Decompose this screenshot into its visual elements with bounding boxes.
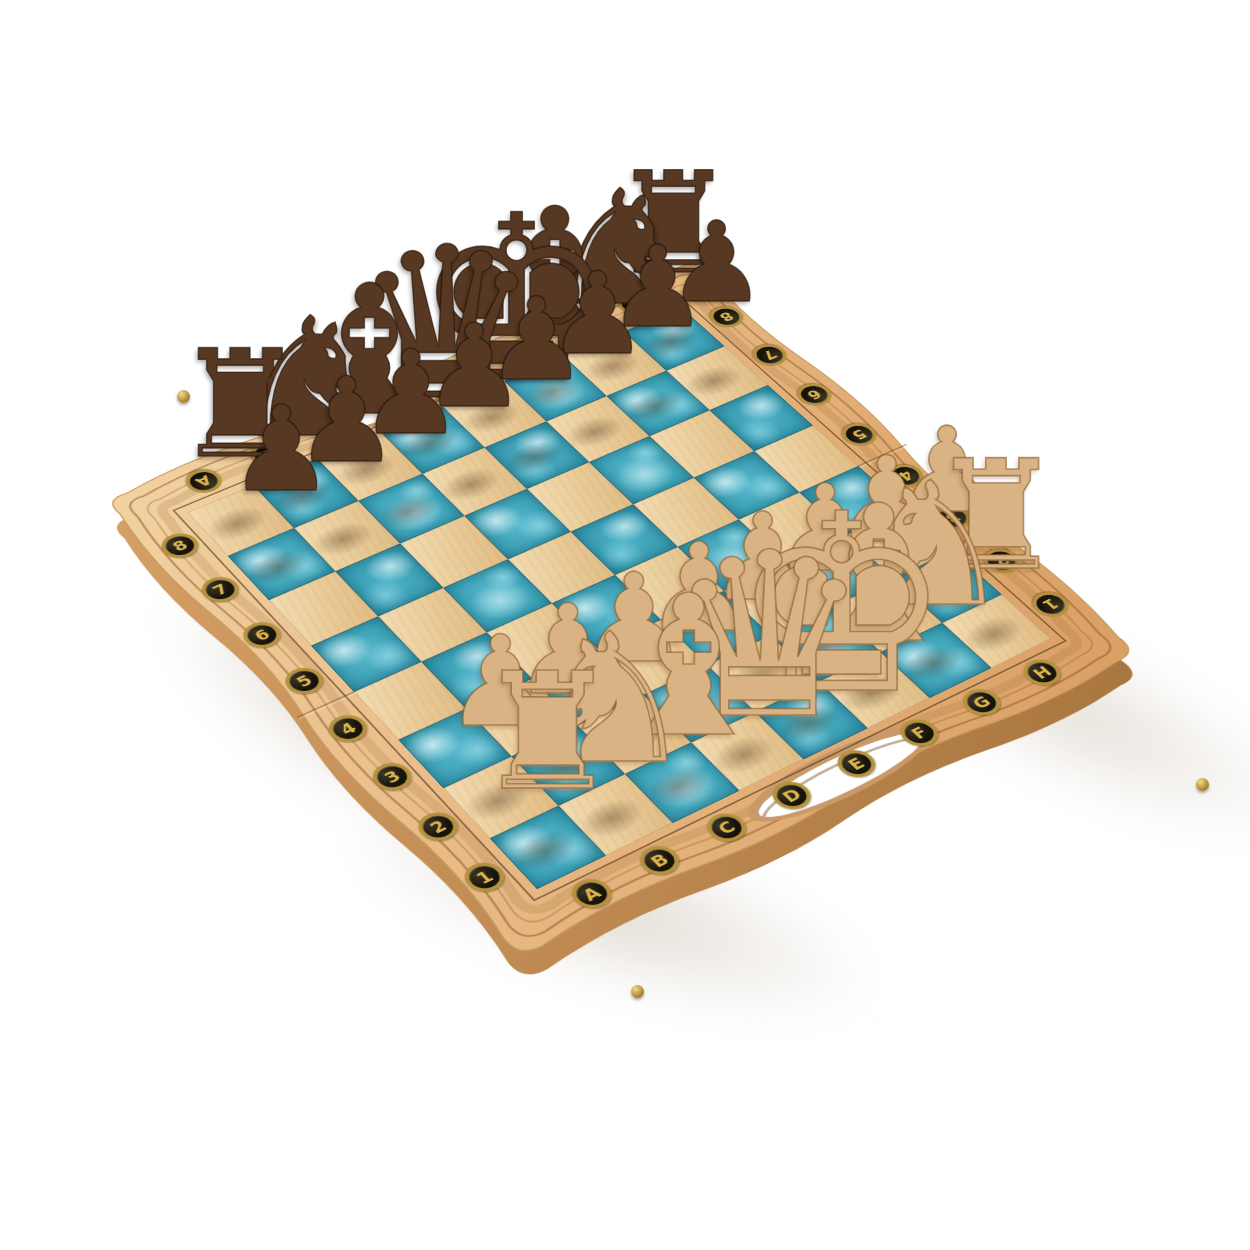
piece-white-rook-a1[interactable]: ♜: [468, 617, 628, 847]
brass-pin: [177, 390, 190, 403]
piece-black-pawn-a7[interactable]: ♟: [201, 334, 361, 564]
product-photo-stage: 8765432187654321ABCDEFGHABCDEFGH ♜♞♝♛♚♝♞…: [0, 0, 1250, 1250]
brass-pin: [1196, 778, 1209, 791]
brass-pin: [631, 985, 644, 998]
